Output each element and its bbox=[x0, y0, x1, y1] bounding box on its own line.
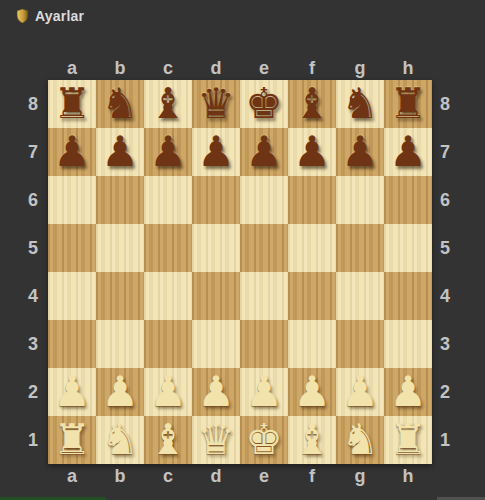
piece-black-knight[interactable]: ♞ bbox=[341, 80, 379, 128]
settings-menu-item[interactable]: Ayarlar bbox=[16, 8, 84, 24]
square-g3[interactable] bbox=[336, 320, 384, 368]
square-e5[interactable] bbox=[240, 224, 288, 272]
square-e8[interactable]: ♚ bbox=[240, 80, 288, 128]
piece-black-bishop[interactable]: ♝ bbox=[293, 80, 331, 128]
square-f6[interactable] bbox=[288, 176, 336, 224]
rank-label-1: 1 bbox=[434, 416, 456, 464]
rank-label-4: 4 bbox=[22, 272, 44, 320]
square-h1[interactable]: ♜ bbox=[384, 416, 432, 464]
square-a7[interactable]: ♟ bbox=[48, 128, 96, 176]
file-label-h: h bbox=[384, 465, 432, 489]
piece-black-rook[interactable]: ♜ bbox=[53, 80, 91, 128]
piece-white-pawn[interactable]: ♟ bbox=[245, 368, 283, 416]
shield-icon bbox=[16, 8, 29, 24]
file-labels-top: abcdefgh bbox=[48, 54, 432, 80]
file-label-d: d bbox=[192, 54, 240, 80]
square-e7[interactable]: ♟ bbox=[240, 128, 288, 176]
file-label-a: a bbox=[48, 54, 96, 80]
square-b7[interactable]: ♟ bbox=[96, 128, 144, 176]
piece-black-pawn[interactable]: ♟ bbox=[197, 128, 235, 176]
square-d4[interactable] bbox=[192, 272, 240, 320]
square-c8[interactable]: ♝ bbox=[144, 80, 192, 128]
square-d8[interactable]: ♛ bbox=[192, 80, 240, 128]
file-label-b: b bbox=[96, 54, 144, 80]
piece-white-rook[interactable]: ♜ bbox=[389, 416, 427, 464]
square-a1[interactable]: ♜ bbox=[48, 416, 96, 464]
file-label-b: b bbox=[96, 465, 144, 489]
square-g7[interactable]: ♟ bbox=[336, 128, 384, 176]
square-a8[interactable]: ♜ bbox=[48, 80, 96, 128]
square-h5[interactable] bbox=[384, 224, 432, 272]
square-g5[interactable] bbox=[336, 224, 384, 272]
piece-black-pawn[interactable]: ♟ bbox=[149, 128, 187, 176]
rank-label-6: 6 bbox=[434, 176, 456, 224]
file-label-g: g bbox=[336, 465, 384, 489]
square-c1[interactable]: ♝ bbox=[144, 416, 192, 464]
piece-black-pawn[interactable]: ♟ bbox=[341, 128, 379, 176]
square-g6[interactable] bbox=[336, 176, 384, 224]
square-c4[interactable] bbox=[144, 272, 192, 320]
square-f8[interactable]: ♝ bbox=[288, 80, 336, 128]
piece-black-bishop[interactable]: ♝ bbox=[149, 80, 187, 128]
file-label-a: a bbox=[48, 465, 96, 489]
square-f1[interactable]: ♝ bbox=[288, 416, 336, 464]
file-label-f: f bbox=[288, 54, 336, 80]
rank-label-2: 2 bbox=[434, 368, 456, 416]
piece-black-pawn[interactable]: ♟ bbox=[53, 128, 91, 176]
piece-white-pawn[interactable]: ♟ bbox=[293, 368, 331, 416]
rank-label-2: 2 bbox=[22, 368, 44, 416]
rank-label-3: 3 bbox=[434, 320, 456, 368]
piece-white-pawn[interactable]: ♟ bbox=[149, 368, 187, 416]
square-h6[interactable] bbox=[384, 176, 432, 224]
rank-labels-right: 87654321 bbox=[434, 80, 456, 464]
square-c2[interactable]: ♟ bbox=[144, 368, 192, 416]
piece-white-pawn[interactable]: ♟ bbox=[101, 368, 139, 416]
square-d5[interactable] bbox=[192, 224, 240, 272]
piece-white-bishop[interactable]: ♝ bbox=[149, 416, 187, 464]
square-d1[interactable]: ♛ bbox=[192, 416, 240, 464]
square-b3[interactable] bbox=[96, 320, 144, 368]
square-d3[interactable] bbox=[192, 320, 240, 368]
piece-white-pawn[interactable]: ♟ bbox=[53, 368, 91, 416]
piece-black-queen[interactable]: ♛ bbox=[197, 80, 235, 128]
square-c3[interactable] bbox=[144, 320, 192, 368]
rank-label-8: 8 bbox=[22, 80, 44, 128]
square-g2[interactable]: ♟ bbox=[336, 368, 384, 416]
piece-black-pawn[interactable]: ♟ bbox=[389, 128, 427, 176]
square-e3[interactable] bbox=[240, 320, 288, 368]
rank-label-7: 7 bbox=[434, 128, 456, 176]
piece-white-pawn[interactable]: ♟ bbox=[341, 368, 379, 416]
rank-label-4: 4 bbox=[434, 272, 456, 320]
file-label-g: g bbox=[336, 54, 384, 80]
rank-label-8: 8 bbox=[434, 80, 456, 128]
square-c5[interactable] bbox=[144, 224, 192, 272]
menubar: Ayarlar bbox=[0, 0, 485, 40]
square-b5[interactable] bbox=[96, 224, 144, 272]
piece-white-pawn[interactable]: ♟ bbox=[197, 368, 235, 416]
square-e2[interactable]: ♟ bbox=[240, 368, 288, 416]
rank-label-5: 5 bbox=[434, 224, 456, 272]
square-a4[interactable] bbox=[48, 272, 96, 320]
piece-black-rook[interactable]: ♜ bbox=[389, 80, 427, 128]
square-d7[interactable]: ♟ bbox=[192, 128, 240, 176]
square-h2[interactable]: ♟ bbox=[384, 368, 432, 416]
square-g1[interactable]: ♞ bbox=[336, 416, 384, 464]
square-d6[interactable] bbox=[192, 176, 240, 224]
file-label-e: e bbox=[240, 465, 288, 489]
square-d2[interactable]: ♟ bbox=[192, 368, 240, 416]
file-label-f: f bbox=[288, 465, 336, 489]
file-label-e: e bbox=[240, 54, 288, 80]
rank-label-5: 5 bbox=[22, 224, 44, 272]
square-a2[interactable]: ♟ bbox=[48, 368, 96, 416]
square-e4[interactable] bbox=[240, 272, 288, 320]
square-g8[interactable]: ♞ bbox=[336, 80, 384, 128]
chess-board[interactable]: ♜♞♝♛♚♝♞♜♟♟♟♟♟♟♟♟♟♟♟♟♟♟♟♟♜♞♝♛♚♝♞♜ bbox=[48, 80, 432, 464]
piece-white-pawn[interactable]: ♟ bbox=[389, 368, 427, 416]
square-e1[interactable]: ♚ bbox=[240, 416, 288, 464]
rank-label-3: 3 bbox=[22, 320, 44, 368]
rank-label-6: 6 bbox=[22, 176, 44, 224]
square-a6[interactable] bbox=[48, 176, 96, 224]
square-c6[interactable] bbox=[144, 176, 192, 224]
rank-label-1: 1 bbox=[22, 416, 44, 464]
square-b1[interactable]: ♞ bbox=[96, 416, 144, 464]
rank-labels-left: 87654321 bbox=[22, 80, 44, 464]
square-f4[interactable] bbox=[288, 272, 336, 320]
square-f7[interactable]: ♟ bbox=[288, 128, 336, 176]
square-b2[interactable]: ♟ bbox=[96, 368, 144, 416]
square-g4[interactable] bbox=[336, 272, 384, 320]
file-label-c: c bbox=[144, 54, 192, 80]
square-f5[interactable] bbox=[288, 224, 336, 272]
piece-white-knight[interactable]: ♞ bbox=[101, 416, 139, 464]
piece-white-queen[interactable]: ♛ bbox=[197, 416, 235, 464]
settings-label: Ayarlar bbox=[35, 8, 84, 24]
piece-black-pawn[interactable]: ♟ bbox=[293, 128, 331, 176]
square-e6[interactable] bbox=[240, 176, 288, 224]
piece-white-king[interactable]: ♚ bbox=[245, 416, 283, 464]
piece-white-rook[interactable]: ♜ bbox=[53, 416, 91, 464]
file-label-h: h bbox=[384, 54, 432, 80]
piece-white-knight[interactable]: ♞ bbox=[341, 416, 379, 464]
piece-black-pawn[interactable]: ♟ bbox=[101, 128, 139, 176]
square-b8[interactable]: ♞ bbox=[96, 80, 144, 128]
square-b6[interactable] bbox=[96, 176, 144, 224]
square-h4[interactable] bbox=[384, 272, 432, 320]
piece-black-knight[interactable]: ♞ bbox=[101, 80, 139, 128]
square-c7[interactable]: ♟ bbox=[144, 128, 192, 176]
file-labels-bottom: abcdefgh bbox=[48, 465, 432, 489]
piece-black-king[interactable]: ♚ bbox=[245, 80, 283, 128]
rank-label-7: 7 bbox=[22, 128, 44, 176]
square-f3[interactable] bbox=[288, 320, 336, 368]
square-h7[interactable]: ♟ bbox=[384, 128, 432, 176]
square-a5[interactable] bbox=[48, 224, 96, 272]
file-label-d: d bbox=[192, 465, 240, 489]
file-label-c: c bbox=[144, 465, 192, 489]
square-b4[interactable] bbox=[96, 272, 144, 320]
piece-white-bishop[interactable]: ♝ bbox=[293, 416, 331, 464]
square-a3[interactable] bbox=[48, 320, 96, 368]
square-h8[interactable]: ♜ bbox=[384, 80, 432, 128]
square-h3[interactable] bbox=[384, 320, 432, 368]
piece-black-pawn[interactable]: ♟ bbox=[245, 128, 283, 176]
square-f2[interactable]: ♟ bbox=[288, 368, 336, 416]
